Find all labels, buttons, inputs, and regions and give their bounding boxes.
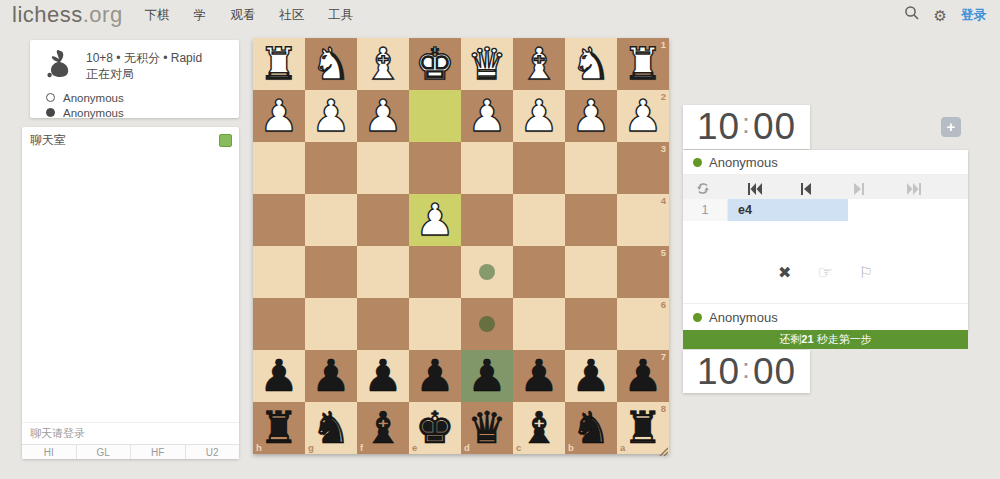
square-g2[interactable]: ♟ xyxy=(305,90,357,142)
file-coordinate-e: e xyxy=(412,442,417,453)
square-b5[interactable] xyxy=(565,246,617,298)
rank-coordinate-4: 4 xyxy=(661,195,666,206)
search-icon[interactable] xyxy=(904,5,920,25)
square-c5[interactable] xyxy=(513,246,565,298)
chat-preset-row: HI GL HF U2 xyxy=(22,444,239,459)
move-destination-dot[interactable] xyxy=(479,264,495,280)
square-a6[interactable]: 6 xyxy=(617,298,669,350)
flip-board-icon[interactable] xyxy=(696,181,710,193)
black-color-icon xyxy=(46,108,55,117)
player-white-name: Anonymous xyxy=(63,92,124,104)
white-king-e1: ♚ xyxy=(409,38,461,90)
file-coordinate-g: g xyxy=(308,442,314,453)
square-e6[interactable] xyxy=(409,298,461,350)
game-action-buttons: ✖ ☞ ⚐ xyxy=(683,255,968,289)
file-coordinate-d: d xyxy=(464,442,470,453)
chat-preset-u2[interactable]: U2 xyxy=(186,445,240,459)
rank-coordinate-8: 8 xyxy=(661,403,666,414)
zen-plus-button[interactable]: + xyxy=(941,117,961,137)
white-pawn-d2: ♟ xyxy=(461,90,513,142)
chat-preset-gl[interactable]: GL xyxy=(77,445,132,459)
prev-move-icon[interactable] xyxy=(801,181,815,193)
online-dot xyxy=(693,313,702,322)
rank-coordinate-6: 6 xyxy=(661,299,666,310)
square-g5[interactable] xyxy=(305,246,357,298)
player-top-name: Anonymous xyxy=(709,155,778,170)
square-e3[interactable] xyxy=(409,142,461,194)
move-controls-bar xyxy=(683,175,968,199)
square-d1[interactable]: ♛ xyxy=(461,38,513,90)
resign-flag-icon[interactable]: ⚐ xyxy=(859,263,873,282)
square-b8[interactable]: ♞b xyxy=(565,402,617,454)
chess-board[interactable]: ♜♞♝♚♛♝♞♜1♟♟♟♟♟♟♟23♟456♟♟♟♟♟♟♟♟7♜h♞g♝f♚e♛… xyxy=(253,38,669,454)
square-h3[interactable] xyxy=(253,142,305,194)
rank-coordinate-3: 3 xyxy=(661,143,666,154)
square-g3[interactable] xyxy=(305,142,357,194)
chat-messages-area xyxy=(22,153,239,422)
move-list-row: 1 e4 xyxy=(683,199,968,221)
black-pawn-c7: ♟ xyxy=(513,350,565,402)
black-pawn-e7: ♟ xyxy=(409,350,461,402)
white-queen-d1: ♛ xyxy=(461,38,513,90)
square-h4[interactable] xyxy=(253,194,305,246)
time-control-label: 10+8 • 无积分 • Rapid xyxy=(86,50,202,66)
white-pawn-f2: ♟ xyxy=(357,90,409,142)
nav-item-play[interactable]: 下棋 xyxy=(145,7,170,24)
square-f2[interactable]: ♟ xyxy=(357,90,409,142)
square-f8[interactable]: ♝f xyxy=(357,402,409,454)
file-coordinate-b: b xyxy=(568,442,574,453)
chat-preset-hf[interactable]: HF xyxy=(131,445,186,459)
square-f5[interactable] xyxy=(357,246,409,298)
gear-icon[interactable]: ⚙ xyxy=(934,8,947,23)
square-b1[interactable]: ♞ xyxy=(565,38,617,90)
player-bottom-name: Anonymous xyxy=(709,310,778,325)
white-pawn-b2: ♟ xyxy=(565,90,617,142)
rank-coordinate-5: 5 xyxy=(661,247,666,258)
rank-coordinate-7: 7 xyxy=(661,351,666,362)
square-d2[interactable]: ♟ xyxy=(461,90,513,142)
square-f4[interactable] xyxy=(357,194,409,246)
signin-link[interactable]: 登录 xyxy=(961,7,986,24)
nav-item-learn[interactable]: 学 xyxy=(194,7,207,24)
square-e2[interactable] xyxy=(409,90,461,142)
square-c6[interactable] xyxy=(513,298,565,350)
square-h1[interactable]: ♜ xyxy=(253,38,305,90)
square-d7[interactable]: ♟ xyxy=(461,350,513,402)
square-d4[interactable] xyxy=(461,194,513,246)
move-number: 1 xyxy=(683,199,728,221)
nav-links: 下棋 学 观看 社区 工具 xyxy=(145,7,354,24)
white-pawn-g2: ♟ xyxy=(305,90,357,142)
chat-login-prompt: 聊天请登录 xyxy=(22,422,239,444)
white-rook-h1: ♜ xyxy=(253,38,305,90)
square-f1[interactable]: ♝ xyxy=(357,38,409,90)
opponent-clock: 10:00 xyxy=(683,105,810,149)
white-bishop-f1: ♝ xyxy=(357,38,409,90)
square-g1[interactable]: ♞ xyxy=(305,38,357,90)
player-top-row[interactable]: Anonymous xyxy=(683,150,968,175)
rank-coordinate-1: 1 xyxy=(661,39,666,50)
next-move-icon[interactable] xyxy=(854,181,868,193)
square-d8[interactable]: ♛d xyxy=(461,402,513,454)
game-status-label: 正在对局 xyxy=(86,66,202,82)
square-c4[interactable] xyxy=(513,194,565,246)
player-clock: 10:00 xyxy=(683,350,810,393)
white-pawn-h2: ♟ xyxy=(253,90,305,142)
square-a3[interactable]: 3 xyxy=(617,142,669,194)
selected-square-highlight xyxy=(461,350,513,402)
white-color-icon xyxy=(46,93,55,102)
square-a5[interactable]: 5 xyxy=(617,246,669,298)
player-white-row: Anonymous xyxy=(46,90,239,105)
white-pawn-c2: ♟ xyxy=(513,90,565,142)
square-h6[interactable] xyxy=(253,298,305,350)
last-move-highlight xyxy=(409,90,461,142)
square-f3[interactable] xyxy=(357,142,409,194)
white-knight-b1: ♞ xyxy=(565,38,617,90)
square-b2[interactable]: ♟ xyxy=(565,90,617,142)
square-g6[interactable] xyxy=(305,298,357,350)
file-coordinate-f: f xyxy=(360,442,363,453)
white-bishop-c1: ♝ xyxy=(513,38,565,90)
offer-draw-hand-icon[interactable]: ☞ xyxy=(817,262,832,282)
square-c8[interactable]: ♝c xyxy=(513,402,565,454)
game-side-panel: Anonymous 1 e4 ✖ ☞ ⚐ Anonymo xyxy=(683,150,968,330)
square-a7[interactable]: ♟7 xyxy=(617,350,669,402)
square-c1[interactable]: ♝ xyxy=(513,38,565,90)
player-bottom-row[interactable]: Anonymous xyxy=(683,303,968,330)
square-d3[interactable] xyxy=(461,142,513,194)
square-e8[interactable]: ♚e xyxy=(409,402,461,454)
square-h8[interactable]: ♜h xyxy=(253,402,305,454)
square-d6[interactable] xyxy=(461,298,513,350)
abort-game-icon[interactable]: ✖ xyxy=(778,263,791,282)
square-h5[interactable] xyxy=(253,246,305,298)
black-pawn-b7: ♟ xyxy=(565,350,617,402)
square-h7[interactable]: ♟ xyxy=(253,350,305,402)
black-bishop-f8: ♝ xyxy=(357,402,409,454)
square-b3[interactable] xyxy=(565,142,617,194)
player-black-row: Anonymous xyxy=(46,105,239,120)
square-a4[interactable]: 4 xyxy=(617,194,669,246)
black-pawn-h7: ♟ xyxy=(253,350,305,402)
chat-toggle[interactable] xyxy=(219,134,232,147)
square-g4[interactable] xyxy=(305,194,357,246)
square-b7[interactable]: ♟ xyxy=(565,350,617,402)
square-e7[interactable]: ♟ xyxy=(409,350,461,402)
top-nav: lichess.org 下棋 学 观看 社区 工具 ⚙ 登录 xyxy=(0,0,1000,30)
square-a8[interactable]: ♜8a xyxy=(617,402,669,454)
file-coordinate-c: c xyxy=(516,442,521,453)
first-move-icon[interactable] xyxy=(748,181,762,193)
square-g7[interactable]: ♟ xyxy=(305,350,357,402)
file-coordinate-h: h xyxy=(256,442,262,453)
player-black-name: Anonymous xyxy=(63,107,124,119)
move-destination-dot[interactable] xyxy=(479,316,495,332)
square-f7[interactable]: ♟ xyxy=(357,350,409,402)
square-e1[interactable]: ♚ xyxy=(409,38,461,90)
first-move-countdown-bar: 还剩21 秒走第一步 xyxy=(683,330,968,349)
nav-item-watch[interactable]: 观看 xyxy=(230,7,255,24)
last-move-icon[interactable] xyxy=(907,181,921,193)
chat-preset-hi[interactable]: HI xyxy=(22,445,77,459)
lichess-logo[interactable]: lichess.org xyxy=(12,2,123,28)
rapid-rabbit-icon xyxy=(46,48,72,82)
nav-item-tools[interactable]: 工具 xyxy=(328,7,353,24)
square-b6[interactable] xyxy=(565,298,617,350)
board-resize-handle[interactable] xyxy=(657,442,668,453)
square-b4[interactable] xyxy=(565,194,617,246)
file-coordinate-a: a xyxy=(620,442,625,453)
white-knight-g1: ♞ xyxy=(305,38,357,90)
nav-item-community[interactable]: 社区 xyxy=(279,7,304,24)
square-g8[interactable]: ♞g xyxy=(305,402,357,454)
rank-coordinate-2: 2 xyxy=(661,91,666,102)
game-info-card: 10+8 • 无积分 • Rapid 正在对局 Anonymous Anonym… xyxy=(30,40,239,118)
square-h2[interactable]: ♟ xyxy=(253,90,305,142)
square-e5[interactable] xyxy=(409,246,461,298)
square-d5[interactable] xyxy=(461,246,513,298)
square-f6[interactable] xyxy=(357,298,409,350)
square-e4[interactable]: ♟ xyxy=(409,194,461,246)
black-pawn-f7: ♟ xyxy=(357,350,409,402)
move-white-e4[interactable]: e4 xyxy=(728,199,848,221)
chat-panel: 聊天室 聊天请登录 HI GL HF U2 xyxy=(22,127,239,459)
square-c3[interactable] xyxy=(513,142,565,194)
square-a1[interactable]: ♜1 xyxy=(617,38,669,90)
square-c7[interactable]: ♟ xyxy=(513,350,565,402)
last-move-highlight xyxy=(409,194,461,246)
square-c2[interactable]: ♟ xyxy=(513,90,565,142)
square-a2[interactable]: ♟2 xyxy=(617,90,669,142)
chat-title: 聊天室 xyxy=(30,132,66,149)
online-dot xyxy=(693,158,702,167)
black-pawn-g7: ♟ xyxy=(305,350,357,402)
